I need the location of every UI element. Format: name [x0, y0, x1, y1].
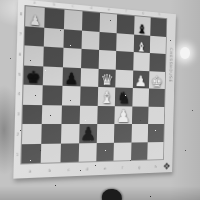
square-f3[interactable]: ♟: [115, 106, 132, 124]
square-a4[interactable]: [23, 85, 43, 105]
square-b7[interactable]: [44, 27, 63, 47]
square-c4[interactable]: [61, 86, 80, 105]
brand-text: CHESSHOUSE: [168, 48, 173, 83]
square-h8[interactable]: [150, 18, 166, 37]
square-d7[interactable]: [81, 30, 99, 50]
four-diamond-logo-icon: ❖: [163, 162, 171, 172]
file-label-g: g: [131, 164, 148, 170]
square-e3[interactable]: [97, 105, 115, 124]
square-h6[interactable]: [149, 53, 165, 71]
square-b2[interactable]: [41, 124, 60, 143]
square-a1[interactable]: [21, 143, 41, 163]
square-h2[interactable]: [147, 124, 163, 142]
dust-specks-light: [0, 0, 1, 1]
square-g8[interactable]: ♝: [134, 16, 151, 35]
square-g2[interactable]: [131, 124, 148, 142]
square-b6[interactable]: [44, 47, 63, 67]
square-d4[interactable]: [80, 86, 98, 105]
square-c1[interactable]: [60, 143, 79, 162]
square-f8[interactable]: [117, 15, 134, 34]
square-e1[interactable]: [96, 142, 114, 161]
square-f6[interactable]: [116, 51, 133, 70]
white-bishop[interactable]: ♝: [98, 90, 116, 107]
square-e7[interactable]: [99, 31, 117, 51]
glare-spot: [180, 47, 190, 59]
file-label-h: h: [147, 164, 163, 170]
square-a3[interactable]: [22, 104, 42, 124]
square-g6[interactable]: [133, 52, 150, 71]
square-f1[interactable]: [114, 142, 131, 161]
square-f4[interactable]: ♞: [115, 87, 132, 106]
file-labels-bottom: abcdefgh: [20, 164, 164, 175]
square-c5[interactable]: ♟: [62, 67, 81, 87]
black-knight[interactable]: ♞: [115, 91, 132, 107]
file-label-f: f: [114, 165, 131, 172]
square-a8[interactable]: ♟: [25, 6, 45, 27]
square-c3[interactable]: [61, 105, 80, 124]
square-b1[interactable]: [41, 143, 60, 163]
square-c7[interactable]: [63, 29, 82, 49]
square-b4[interactable]: [43, 85, 62, 105]
square-a2[interactable]: [22, 124, 42, 144]
square-h5[interactable]: ♚: [149, 71, 165, 89]
file-label-b: b: [40, 167, 59, 174]
square-b3[interactable]: [42, 105, 61, 124]
square-f2[interactable]: [114, 124, 131, 142]
square-b5[interactable]: [43, 66, 62, 86]
square-g1[interactable]: [131, 142, 148, 160]
square-b8[interactable]: [45, 8, 64, 29]
square-a5[interactable]: ♚: [24, 65, 44, 85]
square-h7[interactable]: [150, 35, 166, 54]
file-label-c: c: [59, 167, 78, 174]
square-g4[interactable]: [132, 88, 149, 106]
square-c8[interactable]: [63, 10, 82, 30]
square-e5[interactable]: ♛: [98, 68, 116, 87]
square-d6[interactable]: [81, 49, 99, 69]
board-grid: ♟♝♝♚♟♛♟♚♝♞♟♟: [20, 5, 167, 164]
square-d5[interactable]: [80, 68, 98, 87]
photo-of-chessboard: { "game": "chess", "position": { "fen": …: [0, 0, 200, 200]
square-h1[interactable]: [147, 142, 163, 160]
table-edge-shade: [0, 186, 200, 200]
square-c2[interactable]: [60, 124, 79, 143]
square-e6[interactable]: [99, 50, 117, 69]
square-g7[interactable]: ♝: [133, 34, 150, 53]
square-e8[interactable]: [100, 13, 118, 33]
square-d1[interactable]: [78, 143, 96, 162]
square-h4[interactable]: [148, 88, 164, 106]
chess-board-mat: abcdefgh 87654321 ♟♝♝♚♟♛♟♚♝♞♟♟ abcdefgh …: [13, 0, 176, 179]
square-e2[interactable]: [97, 124, 115, 143]
square-g5[interactable]: ♟: [132, 70, 149, 88]
square-a7[interactable]: [25, 26, 45, 47]
square-e4[interactable]: ♝: [98, 87, 116, 106]
white-pawn[interactable]: ♟: [115, 108, 132, 125]
file-label-a: a: [20, 168, 40, 175]
square-d8[interactable]: [82, 11, 100, 31]
square-h3[interactable]: [148, 106, 164, 124]
square-g3[interactable]: [131, 106, 148, 124]
square-d3[interactable]: [79, 105, 97, 124]
square-c6[interactable]: [62, 48, 81, 68]
black-pawn[interactable]: ♟: [79, 125, 97, 144]
square-a6[interactable]: [24, 45, 44, 66]
square-d2[interactable]: ♟: [79, 124, 97, 143]
file-label-d: d: [78, 166, 96, 173]
square-f5[interactable]: [116, 69, 133, 88]
file-label-e: e: [96, 166, 114, 173]
off-board-captured-piece: [101, 188, 123, 200]
square-f7[interactable]: [116, 33, 133, 52]
